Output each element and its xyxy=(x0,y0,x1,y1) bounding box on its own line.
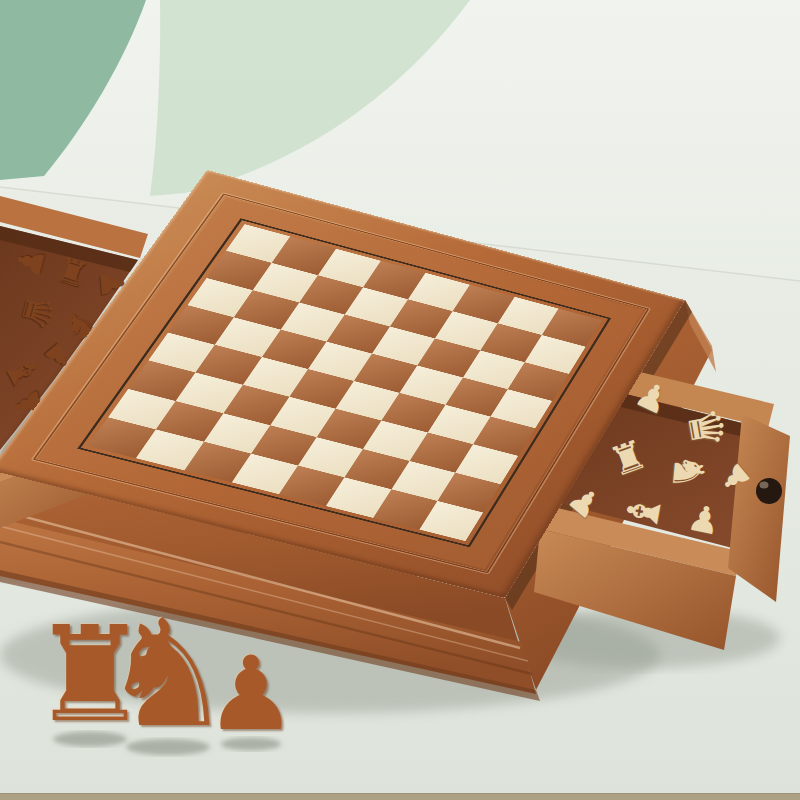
pawn-shadow xyxy=(221,738,281,751)
knight-shadow xyxy=(126,739,210,755)
product-photo-scene: ♟♜♟♛♞♝♟♟♚♟♛♟♜♞♟♝♟♟ ♜♞♟ xyxy=(0,0,800,800)
rook-shadow xyxy=(53,732,127,747)
bottom-strip xyxy=(0,794,800,800)
drawer-knob[interactable] xyxy=(756,478,782,504)
drawer-knob-highlight xyxy=(760,482,769,489)
